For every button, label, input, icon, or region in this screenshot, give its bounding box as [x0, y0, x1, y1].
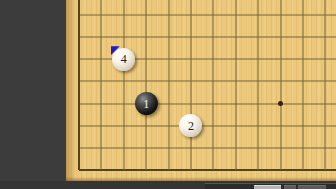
grid-line-vertical	[235, 115, 236, 137]
app-window: 412	[0, 0, 336, 189]
board-intersection[interactable]	[157, 92, 179, 114]
board-intersection[interactable]	[269, 70, 291, 92]
board-intersection[interactable]	[247, 26, 269, 48]
move-number: 4	[121, 53, 127, 65]
grid-line-vertical	[78, 159, 80, 170]
grid-line-vertical	[280, 4, 281, 26]
grid-line-vertical	[190, 70, 191, 92]
board-intersection[interactable]	[292, 26, 314, 48]
board-intersection[interactable]	[90, 92, 112, 114]
grid-line-vertical	[235, 137, 236, 159]
grid-line-vertical	[78, 48, 80, 70]
board-intersection[interactable]	[225, 4, 247, 26]
board-intersection[interactable]	[180, 4, 202, 26]
grid-line-horizontal	[79, 59, 90, 60]
grid-line-vertical	[235, 26, 236, 48]
grid-line-vertical	[168, 48, 169, 70]
board-intersection[interactable]	[269, 48, 291, 70]
grid-line-vertical	[213, 92, 214, 114]
board-intersection[interactable]	[113, 92, 135, 114]
grid-line-vertical	[123, 4, 124, 26]
grid-line-vertical	[146, 26, 147, 48]
grid-line-vertical	[78, 70, 80, 92]
board-intersection[interactable]	[157, 70, 179, 92]
board-intersection[interactable]	[202, 70, 224, 92]
grid-line-vertical	[190, 48, 191, 70]
board-intersection[interactable]	[247, 92, 269, 114]
grid-line-horizontal	[79, 169, 90, 171]
stone-black-1[interactable]: 1	[135, 92, 158, 115]
board-intersection[interactable]	[135, 26, 157, 48]
scrollbar-button-2[interactable]	[298, 185, 326, 189]
board-intersection[interactable]	[180, 159, 202, 181]
grid-line-vertical	[213, 115, 214, 137]
grid-line-vertical	[78, 137, 80, 159]
board-intersection[interactable]: 4	[113, 48, 135, 70]
grid-line-vertical	[190, 92, 191, 114]
board-intersection[interactable]	[314, 70, 336, 92]
grid-line-vertical	[101, 4, 102, 26]
grid-line-vertical	[258, 159, 259, 170]
grid-line-vertical	[258, 115, 259, 137]
board-intersection[interactable]	[247, 159, 269, 181]
grid-line-vertical	[168, 92, 169, 114]
grid-line-vertical	[101, 115, 102, 137]
board-intersection[interactable]	[225, 115, 247, 137]
board-intersection[interactable]	[269, 137, 291, 159]
grid-line-vertical	[302, 48, 303, 70]
board-intersection[interactable]	[269, 26, 291, 48]
board-intersection[interactable]	[202, 92, 224, 114]
board-intersection[interactable]	[202, 115, 224, 137]
stone-white-4[interactable]: 4	[112, 48, 135, 71]
board-intersection[interactable]	[225, 26, 247, 48]
board-intersection[interactable]	[90, 159, 112, 181]
grid-line-vertical	[302, 70, 303, 92]
grid-line-vertical	[190, 159, 191, 170]
grid-line-vertical	[190, 137, 191, 159]
grid-line-vertical	[146, 48, 147, 70]
board-intersection[interactable]	[135, 159, 157, 181]
grid-line-vertical	[213, 48, 214, 70]
grid-line-vertical	[213, 70, 214, 92]
grid-line-vertical	[101, 159, 102, 170]
board-intersection[interactable]	[68, 137, 90, 159]
board-intersection[interactable]	[68, 159, 90, 181]
board-intersection[interactable]	[68, 115, 90, 137]
grid-line-horizontal	[79, 81, 90, 82]
grid-line-vertical	[280, 26, 281, 48]
board-intersection[interactable]	[202, 4, 224, 26]
grid-line-vertical	[168, 70, 169, 92]
board-intersection[interactable]	[314, 4, 336, 26]
grid-line-horizontal	[79, 14, 90, 15]
grid-line-vertical	[302, 92, 303, 114]
board-intersection[interactable]	[314, 26, 336, 48]
board-intersection[interactable]	[292, 48, 314, 70]
board-intersection[interactable]	[157, 159, 179, 181]
board-intersection[interactable]	[113, 137, 135, 159]
grid-line-vertical	[123, 159, 124, 170]
board-intersection[interactable]	[202, 48, 224, 70]
board-intersection[interactable]	[157, 4, 179, 26]
grid-line-vertical	[280, 137, 281, 159]
grid-line-horizontal	[79, 36, 90, 37]
board-intersection[interactable]	[225, 92, 247, 114]
grid-line-vertical	[235, 92, 236, 114]
grid-line-vertical	[123, 115, 124, 137]
grid-line-vertical	[325, 115, 326, 137]
grid-line-vertical	[213, 26, 214, 48]
grid-line-vertical	[235, 70, 236, 92]
board-intersection[interactable]	[157, 115, 179, 137]
window-bottom-strip	[0, 181, 336, 189]
board-intersection[interactable]	[202, 137, 224, 159]
grid-line-vertical	[325, 48, 326, 70]
grid-line-vertical	[123, 70, 124, 92]
board-intersection[interactable]: 1	[135, 92, 157, 114]
grid-line-vertical	[280, 48, 281, 70]
grid-line-vertical	[78, 115, 80, 137]
grid-line-vertical	[258, 70, 259, 92]
grid-line-vertical	[325, 92, 326, 114]
grid-line-vertical	[101, 137, 102, 159]
grid-line-vertical	[302, 137, 303, 159]
board-intersection[interactable]	[247, 137, 269, 159]
board-intersection[interactable]	[292, 115, 314, 137]
board-intersection[interactable]	[292, 92, 314, 114]
board-intersection[interactable]	[180, 70, 202, 92]
grid-line-vertical	[168, 26, 169, 48]
board-intersection[interactable]	[292, 4, 314, 26]
grid-line-vertical	[78, 92, 80, 114]
grid-line-vertical	[280, 159, 281, 170]
grid-line-vertical	[258, 92, 259, 114]
board-intersection[interactable]	[292, 159, 314, 181]
board-intersection[interactable]	[135, 4, 157, 26]
grid-line-vertical	[146, 115, 147, 137]
grid-line-vertical	[280, 115, 281, 137]
board-intersection[interactable]	[90, 26, 112, 48]
grid-line-vertical	[123, 26, 124, 48]
board-intersection[interactable]	[269, 92, 291, 114]
board-intersection[interactable]: 2	[180, 115, 202, 137]
board-intersection[interactable]	[90, 70, 112, 92]
board-intersection[interactable]	[225, 70, 247, 92]
stone-white-2[interactable]: 2	[179, 114, 202, 137]
board-intersection[interactable]	[314, 159, 336, 181]
grid-line-vertical	[213, 159, 214, 170]
board-grid: 412	[68, 0, 336, 181]
grid-line-vertical	[213, 4, 214, 26]
star-point	[278, 101, 283, 106]
grid-line-vertical	[168, 115, 169, 137]
grid-line-vertical	[235, 48, 236, 70]
grid-line-vertical	[325, 26, 326, 48]
grid-line-vertical	[325, 137, 326, 159]
move-number: 1	[143, 98, 149, 110]
grid-line-vertical	[302, 4, 303, 26]
grid-line-vertical	[123, 137, 124, 159]
grid-line-vertical	[258, 137, 259, 159]
grid-line-vertical	[123, 92, 124, 114]
grid-line-vertical	[302, 26, 303, 48]
grid-line-vertical	[190, 4, 191, 26]
grid-line-horizontal	[79, 103, 90, 104]
current-move-marker-icon	[111, 46, 120, 55]
board-intersection[interactable]	[225, 48, 247, 70]
move-number: 2	[188, 120, 194, 132]
board-intersection[interactable]	[247, 70, 269, 92]
grid-line-vertical	[325, 70, 326, 92]
board-intersection[interactable]	[314, 92, 336, 114]
grid-line-vertical	[235, 4, 236, 26]
grid-line-horizontal	[79, 125, 90, 126]
board-intersection[interactable]	[180, 26, 202, 48]
grid-line-vertical	[168, 4, 169, 26]
grid-line-vertical	[78, 4, 80, 26]
board-intersection[interactable]	[90, 137, 112, 159]
board-intersection[interactable]	[247, 4, 269, 26]
horizontal-scrollbar-track[interactable]	[205, 183, 336, 189]
grid-line-vertical	[101, 48, 102, 70]
board-intersection[interactable]	[180, 48, 202, 70]
grid-line-vertical	[78, 26, 80, 48]
grid-line-vertical	[146, 137, 147, 159]
board-intersection[interactable]	[135, 115, 157, 137]
board-intersection[interactable]	[180, 92, 202, 114]
board-intersection[interactable]	[113, 70, 135, 92]
grid-line-vertical	[258, 48, 259, 70]
board-intersection[interactable]	[247, 115, 269, 137]
board-intersection[interactable]	[225, 159, 247, 181]
grid-line-vertical	[258, 26, 259, 48]
board-intersection[interactable]	[292, 137, 314, 159]
grid-line-vertical	[302, 115, 303, 137]
board-intersection[interactable]	[157, 26, 179, 48]
grid-line-vertical	[258, 4, 259, 26]
board-intersection[interactable]	[135, 70, 157, 92]
board-intersection[interactable]	[157, 137, 179, 159]
board-intersection[interactable]	[90, 115, 112, 137]
grid-line-vertical	[168, 159, 169, 170]
grid-line-vertical	[325, 159, 326, 170]
board-intersection[interactable]	[314, 115, 336, 137]
board-intersection[interactable]	[90, 4, 112, 26]
grid-line-vertical	[146, 4, 147, 26]
grid-line-vertical	[101, 92, 102, 114]
board-intersection[interactable]	[314, 137, 336, 159]
board-intersection[interactable]	[292, 70, 314, 92]
go-board[interactable]: 412	[66, 0, 336, 181]
board-intersection[interactable]	[135, 137, 157, 159]
board-intersection[interactable]	[135, 48, 157, 70]
board-intersection[interactable]	[68, 4, 90, 26]
grid-line-vertical	[190, 26, 191, 48]
grid-line-vertical	[325, 4, 326, 26]
board-intersection[interactable]	[68, 70, 90, 92]
grid-line-vertical	[213, 137, 214, 159]
board-intersection[interactable]	[90, 48, 112, 70]
board-intersection[interactable]	[202, 159, 224, 181]
grid-line-vertical	[280, 70, 281, 92]
grid-line-vertical	[302, 159, 303, 170]
grid-line-vertical	[235, 159, 236, 170]
board-intersection[interactable]	[269, 159, 291, 181]
board-intersection[interactable]	[202, 26, 224, 48]
board-intersection[interactable]	[157, 48, 179, 70]
board-intersection[interactable]	[113, 26, 135, 48]
board-intersection[interactable]	[113, 159, 135, 181]
grid-line-vertical	[146, 70, 147, 92]
grid-line-horizontal	[79, 147, 90, 148]
board-intersection[interactable]	[68, 48, 90, 70]
board-intersection[interactable]	[314, 48, 336, 70]
horizontal-scrollbar-thumb[interactable]	[254, 185, 281, 189]
board-intersection[interactable]	[269, 115, 291, 137]
scrollbar-button-1[interactable]	[284, 185, 296, 189]
board-intersection[interactable]	[247, 48, 269, 70]
board-intersection[interactable]	[68, 26, 90, 48]
board-intersection[interactable]	[113, 115, 135, 137]
grid-line-vertical	[168, 137, 169, 159]
board-intersection[interactable]	[113, 4, 135, 26]
grid-line-vertical	[146, 159, 147, 170]
board-intersection[interactable]	[180, 137, 202, 159]
board-intersection[interactable]	[68, 92, 90, 114]
board-intersection[interactable]	[225, 137, 247, 159]
grid-line-vertical	[101, 26, 102, 48]
board-intersection[interactable]	[269, 4, 291, 26]
grid-line-vertical	[101, 70, 102, 92]
